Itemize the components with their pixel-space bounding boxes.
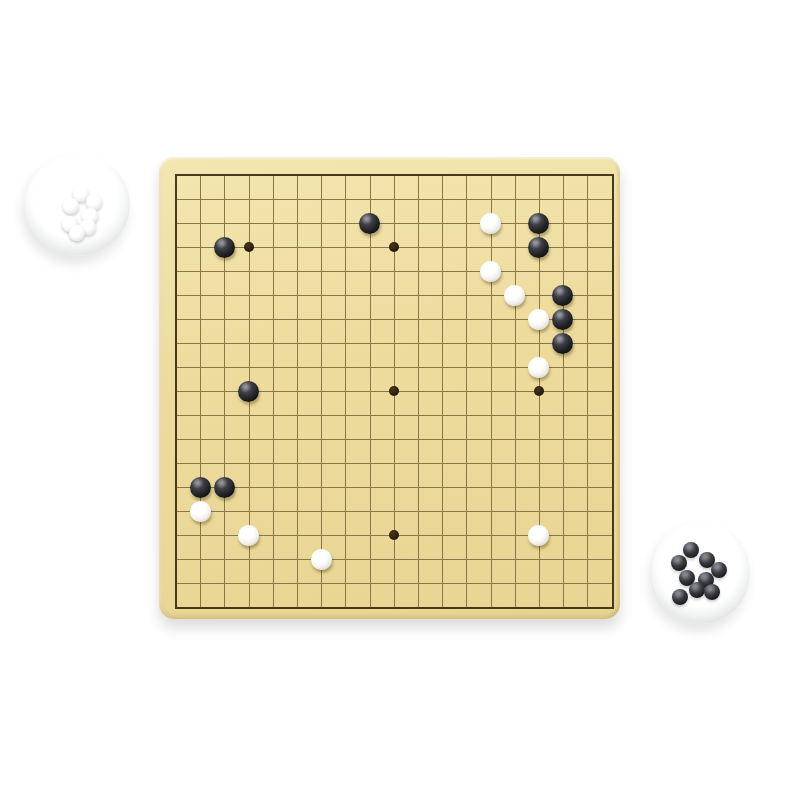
bowl-stone-black [672,589,688,605]
black-stone [552,309,573,330]
white-stone [238,525,259,546]
go-board [159,157,620,619]
white-stone [480,213,501,234]
black-stone [190,477,211,498]
white-stone [311,549,332,570]
star-point [244,242,254,252]
bowl-stone-black [683,542,699,558]
star-point [389,242,399,252]
black-stone [214,237,235,258]
star-point [534,386,544,396]
bowl-stone-black [711,562,727,578]
white-stone [528,309,549,330]
white-stone [190,501,211,522]
white-stone [528,525,549,546]
black-stone [214,477,235,498]
black-stone [238,381,259,402]
bowl-stone-black [671,555,687,571]
bowl-stone-white [63,198,79,214]
white-stone [504,285,525,306]
black-stone-bowl [652,521,750,624]
bowl-stone-black [689,582,705,598]
star-point [389,530,399,540]
star-point [389,386,399,396]
white-stone-bowl [25,154,130,256]
bowl-stone-white [69,225,85,241]
white-stone [528,357,549,378]
white-stone [480,261,501,282]
black-stone [552,285,573,306]
bowl-stone-black [704,584,720,600]
product-photo-scene [0,0,800,800]
black-stone [552,333,573,354]
black-stone [528,237,549,258]
black-stone [359,213,380,234]
black-stone [528,213,549,234]
board-grid [164,163,624,619]
